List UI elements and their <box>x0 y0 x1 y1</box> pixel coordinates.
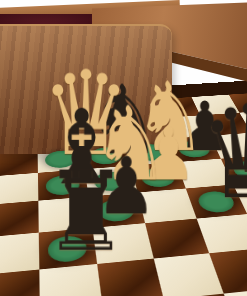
box-front <box>0 24 172 154</box>
chess-set-photo: ♟ ♟♛♞♞♟♝♞♟♟♟♛♜ <box>0 0 247 296</box>
storage-box: ♟ <box>0 0 247 296</box>
